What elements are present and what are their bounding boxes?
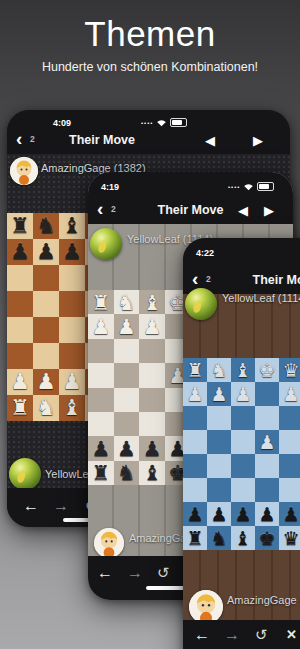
board-square[interactable]: [33, 291, 59, 317]
move-back-button[interactable]: ←: [23, 497, 39, 515]
board-square[interactable]: ♟: [139, 436, 165, 460]
chess-piece-p[interactable]: ♟: [234, 505, 251, 524]
board-square[interactable]: ♟: [88, 436, 114, 460]
chess-piece-B[interactable]: ♝: [234, 361, 251, 380]
prev-game-button[interactable]: ◀: [238, 203, 248, 218]
chess-piece-r[interactable]: ♜: [186, 529, 203, 548]
board-square[interactable]: [255, 454, 279, 478]
board-square[interactable]: ♟: [255, 502, 279, 526]
next-game-button[interactable]: ▶: [264, 203, 274, 218]
back-badge: 2: [206, 274, 211, 284]
board-square[interactable]: ♚: [255, 526, 279, 550]
chess-piece-N[interactable]: ♞: [117, 292, 136, 313]
chess-piece-P[interactable]: ♟: [62, 371, 82, 393]
chess-piece-p[interactable]: ♟: [282, 505, 299, 524]
phone-mockup-3: 4:22 •••• ‹ 2 Their Move ◀ ▶ YellowLeaf …: [183, 238, 300, 649]
chess-piece-P[interactable]: ♟: [10, 371, 30, 393]
chess-piece-b[interactable]: ♝: [234, 529, 251, 548]
board-square[interactable]: [33, 265, 59, 291]
back-badge: 2: [111, 204, 116, 214]
chess-piece-N[interactable]: ♞: [36, 397, 56, 419]
chess-piece-n[interactable]: ♞: [117, 462, 136, 483]
board-square[interactable]: ♟: [207, 502, 231, 526]
prev-game-button[interactable]: ◀: [205, 133, 215, 148]
chess-piece-r[interactable]: ♜: [10, 215, 30, 237]
board-square[interactable]: [114, 388, 140, 412]
chess-piece-P[interactable]: ♟: [210, 385, 227, 404]
board-square[interactable]: [114, 363, 140, 387]
board-square[interactable]: ♜: [7, 395, 33, 421]
chess-piece-r[interactable]: ♜: [91, 462, 110, 483]
move-forward-button[interactable]: →: [127, 564, 143, 582]
board-square[interactable]: ♞: [114, 461, 140, 485]
board-square[interactable]: [59, 343, 85, 369]
board-square[interactable]: [7, 265, 33, 291]
board-square[interactable]: ♟: [207, 382, 231, 406]
avatar green-marble-avatar-icon: [9, 458, 41, 490]
board-square[interactable]: ♟: [7, 369, 33, 395]
board-square[interactable]: [255, 478, 279, 502]
board-square[interactable]: [114, 412, 140, 436]
chess-piece-p[interactable]: ♟: [36, 241, 56, 263]
chess-piece-P[interactable]: ♟: [143, 316, 162, 337]
board-square[interactable]: [279, 454, 300, 478]
chess-piece-q[interactable]: ♛: [282, 529, 299, 548]
chess-piece-p[interactable]: ♟: [210, 505, 227, 524]
duck-kid-avatar-icon: [94, 528, 124, 558]
undo-icon[interactable]: ↺: [255, 626, 268, 644]
board-square[interactable]: ♟: [33, 369, 59, 395]
cellular-signal-icon: ••••: [141, 119, 153, 127]
status-time: 4:09: [53, 118, 71, 128]
chess-piece-P[interactable]: ♟: [36, 371, 56, 393]
chess-piece-P[interactable]: ♟: [258, 433, 275, 452]
nav-bar: ‹ 2 Their Move ◀ ▶: [7, 128, 290, 154]
board-square[interactable]: ♞: [33, 395, 59, 421]
board-square[interactable]: [139, 412, 165, 436]
chess-piece-B[interactable]: ♝: [62, 397, 82, 419]
board-square[interactable]: ♜: [183, 358, 207, 382]
board-square[interactable]: ♟: [279, 382, 300, 406]
chess-piece-P[interactable]: ♟: [91, 316, 110, 337]
board-square[interactable]: ♛: [279, 358, 300, 382]
wifi-icon: [243, 182, 254, 191]
move-forward-button[interactable]: →: [53, 497, 69, 515]
board-square[interactable]: ♝: [139, 461, 165, 485]
board-square[interactable]: ♝: [139, 290, 165, 314]
board-square[interactable]: [7, 291, 33, 317]
board-square[interactable]: ♝: [231, 526, 255, 550]
chess-piece-p[interactable]: ♟: [91, 438, 110, 459]
board-square[interactable]: [183, 430, 207, 454]
nav-bar: ‹ 2 Their Move ◀ ▶: [88, 198, 293, 224]
board-square[interactable]: [59, 265, 85, 291]
top-player-name: YellowLeaf (1114): [222, 292, 300, 304]
avatar green-marble-avatar-icon: [185, 288, 217, 320]
avatar: [94, 528, 124, 558]
chess-piece-B[interactable]: ♝: [143, 292, 162, 313]
board-square[interactable]: ♟: [139, 314, 165, 338]
move-back-button[interactable]: ←: [194, 626, 210, 644]
board-square[interactable]: ♟: [88, 314, 114, 338]
board-square[interactable]: [279, 430, 300, 454]
board-square[interactable]: ♞: [33, 213, 59, 239]
status-time: 4:22: [196, 248, 214, 258]
board-square[interactable]: [7, 317, 33, 343]
chess-piece-p[interactable]: ♟: [258, 505, 275, 524]
board-square[interactable]: [88, 388, 114, 412]
board-square[interactable]: ♟: [183, 382, 207, 406]
board-square[interactable]: [59, 317, 85, 343]
board-square[interactable]: [183, 406, 207, 430]
back-badge: 2: [30, 134, 35, 144]
status-icons: ••••: [141, 118, 187, 127]
board-square[interactable]: [231, 406, 255, 430]
back-chevron-icon[interactable]: ‹: [16, 128, 22, 150]
board-square[interactable]: ♞: [114, 290, 140, 314]
chess-piece-p[interactable]: ♟: [62, 241, 82, 263]
board-square[interactable]: [255, 382, 279, 406]
close-icon[interactable]: ✕: [286, 627, 297, 642]
board-square[interactable]: ♟: [231, 382, 255, 406]
board-square[interactable]: [207, 478, 231, 502]
board-square[interactable]: ♟: [255, 430, 279, 454]
chess-piece-n[interactable]: ♞: [36, 215, 56, 237]
board-square[interactable]: [231, 430, 255, 454]
board-square[interactable]: ♜: [88, 461, 114, 485]
board-square[interactable]: [255, 406, 279, 430]
board-square[interactable]: [231, 454, 255, 478]
board-square[interactable]: ♜: [7, 213, 33, 239]
chess-piece-p[interactable]: ♟: [186, 505, 203, 524]
board-square[interactable]: [7, 343, 33, 369]
board-square[interactable]: [139, 339, 165, 363]
cellular-signal-icon: ••••: [228, 183, 240, 191]
bottom-control-bar: ← → ↺ ✕: [183, 620, 300, 649]
avatar green-marble-avatar-icon: [90, 228, 122, 260]
board-square[interactable]: ♟: [114, 314, 140, 338]
chess-piece-K[interactable]: ♚: [258, 361, 275, 380]
chess-piece-R[interactable]: ♜: [186, 361, 203, 380]
board-square[interactable]: [33, 343, 59, 369]
app-store-screenshot: Themen Hunderte von schönen Kombinatione…: [0, 0, 300, 649]
move-back-button[interactable]: ←: [97, 564, 113, 582]
board-square[interactable]: [59, 291, 85, 317]
board-square[interactable]: [231, 478, 255, 502]
avatar: [10, 157, 38, 185]
hero-header: Themen Hunderte von schönen Kombinatione…: [0, 0, 300, 74]
board-square[interactable]: ♟: [231, 502, 255, 526]
chess-piece-b[interactable]: ♝: [143, 462, 162, 483]
status-time: 4:19: [101, 182, 119, 192]
chess-piece-P[interactable]: ♟: [282, 385, 299, 404]
board-square[interactable]: ♚: [255, 358, 279, 382]
chess-piece-P[interactable]: ♟: [186, 385, 203, 404]
battery-icon: [257, 182, 274, 191]
board-square[interactable]: [88, 363, 114, 387]
chess-piece-Q[interactable]: ♛: [282, 361, 299, 380]
board-square[interactable]: [207, 430, 231, 454]
chess-piece-k[interactable]: ♚: [258, 529, 275, 548]
board-square[interactable]: [88, 339, 114, 363]
board-square[interactable]: [207, 406, 231, 430]
board-square[interactable]: ♝: [59, 395, 85, 421]
board-square[interactable]: ♟: [183, 502, 207, 526]
bottom-player-name: AmazingGage (1382): [227, 594, 300, 606]
status-icons: ••••: [228, 182, 274, 191]
chess-piece-n[interactable]: ♞: [210, 529, 227, 548]
board-square[interactable]: ♝: [231, 358, 255, 382]
board-square[interactable]: [88, 412, 114, 436]
chess-piece-p[interactable]: ♟: [117, 438, 136, 459]
nav-title: Their Move: [223, 273, 300, 287]
duck-kid-avatar-icon: [189, 590, 223, 624]
undo-icon[interactable]: ↺: [157, 564, 170, 582]
board-square[interactable]: ♞: [207, 526, 231, 550]
board-square[interactable]: [207, 454, 231, 478]
board-square[interactable]: ♟: [59, 239, 85, 265]
back-chevron-icon[interactable]: ‹: [192, 268, 198, 290]
board-square[interactable]: ♞: [207, 358, 231, 382]
next-game-button[interactable]: ▶: [253, 133, 263, 148]
chess-piece-p[interactable]: ♟: [10, 241, 30, 263]
board-square[interactable]: [33, 317, 59, 343]
board-square[interactable]: ♟: [279, 502, 300, 526]
board-square[interactable]: [279, 478, 300, 502]
nav-title: Their Move: [128, 203, 253, 217]
duck-kid-avatar-icon: [10, 157, 38, 185]
page-subtitle: Hunderte von schönen Kombinationen!: [0, 60, 300, 74]
board-square[interactable]: ♟: [114, 436, 140, 460]
move-forward-button[interactable]: →: [224, 626, 240, 644]
board-square[interactable]: [183, 478, 207, 502]
board-square[interactable]: [139, 388, 165, 412]
board-square[interactable]: [139, 363, 165, 387]
wifi-icon: [156, 118, 167, 127]
board-square[interactable]: [279, 406, 300, 430]
board-square[interactable]: ♟: [59, 369, 85, 395]
board-square[interactable]: [183, 454, 207, 478]
chess-piece-p[interactable]: ♟: [143, 438, 162, 459]
board-square[interactable]: ♛: [279, 526, 300, 550]
back-chevron-icon[interactable]: ‹: [97, 198, 103, 220]
chess-piece-R[interactable]: ♜: [10, 397, 30, 419]
board-square[interactable]: ♜: [183, 526, 207, 550]
chess-piece-b[interactable]: ♝: [62, 215, 82, 237]
nav-title: Their Move: [37, 133, 167, 147]
chess-piece-P[interactable]: ♟: [234, 385, 251, 404]
board-square[interactable]: [114, 339, 140, 363]
board-square[interactable]: ♟: [7, 239, 33, 265]
chess-piece-N[interactable]: ♞: [210, 361, 227, 380]
chess-piece-P[interactable]: ♟: [117, 316, 136, 337]
chess-board[interactable]: ♜♞♝♚♛♝♞♜♟♟♟♟♟♟♟♟♟♟♟♟♟♟♟♟♜♞♝♚♛♝♞♜: [183, 358, 300, 550]
chess-piece-R[interactable]: ♜: [91, 292, 110, 313]
board-square[interactable]: ♟: [33, 239, 59, 265]
page-title: Themen: [0, 14, 300, 54]
battery-icon: [170, 118, 187, 127]
board-square[interactable]: ♜: [88, 290, 114, 314]
board-square[interactable]: ♝: [59, 213, 85, 239]
avatar: [189, 590, 223, 624]
